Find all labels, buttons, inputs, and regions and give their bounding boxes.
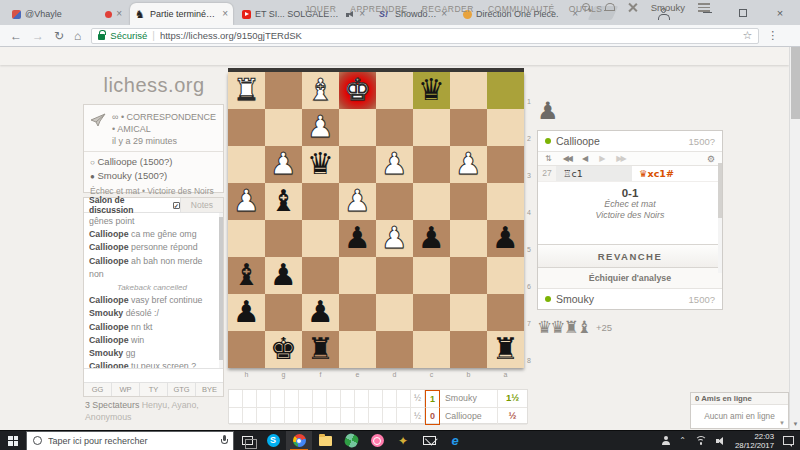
score-cell-empty xyxy=(229,408,243,425)
chat-box: Salon de discussion ✓ Notes gênes pointC… xyxy=(83,197,224,397)
skype-icon: S xyxy=(267,434,280,447)
microphone-icon[interactable] xyxy=(221,435,227,446)
score-player-name: Smouky xyxy=(440,390,498,408)
lichess-logo[interactable]: lichess.org xyxy=(83,74,225,97)
series-score-table: ½1Smouky1½½0Callioope½ xyxy=(228,389,528,424)
volume-icon[interactable] xyxy=(716,436,726,446)
score-cell-empty xyxy=(271,408,285,425)
square-f6[interactable] xyxy=(302,257,339,294)
black-piece: ♟ xyxy=(302,294,339,331)
action-center-icon[interactable] xyxy=(783,436,794,445)
taskbar-search[interactable]: Taper ici pour rechercher xyxy=(26,431,234,450)
game-side-panel: Callioope 1500? ⇅ ◀◀ ◀ ▶ ▶▶ ⚙ 27 ♖c1 ♛xc… xyxy=(537,130,723,310)
windows-taskbar: Taper ici pour rechercher S ✦ e ⌃ 22:03 … xyxy=(0,430,800,450)
green-app-icon xyxy=(342,432,359,449)
chat-text: personne répond xyxy=(131,242,198,252)
file-label: a xyxy=(487,371,524,378)
chat-tab-notes[interactable]: Notes xyxy=(180,198,223,212)
chat-text: gênes point xyxy=(89,216,135,226)
chat-quick-gtg[interactable]: GTG xyxy=(168,383,196,396)
square-d7[interactable] xyxy=(376,294,413,331)
square-b4[interactable] xyxy=(450,183,487,220)
black-piece: ♚ xyxy=(265,331,302,368)
address-bar[interactable]: Sécurisé | https://lichess.org/9150gjTER… xyxy=(91,28,759,44)
square-e4[interactable]: ♟ xyxy=(339,183,376,220)
nav-item-jouer[interactable]: JOUER xyxy=(305,4,336,14)
material-advantage: +25 xyxy=(596,322,612,333)
square-g5[interactable] xyxy=(265,220,302,257)
square-b1[interactable] xyxy=(450,72,487,109)
square-h1[interactable]: ♜ xyxy=(228,72,265,109)
friends-box: 0 Amis en ligne Aucun ami en ligne ▼ xyxy=(690,392,789,429)
reload-icon[interactable]: ↻ xyxy=(54,29,64,43)
chat-message: Callioope ah bah non merde non xyxy=(89,255,215,281)
score-cell-current: 0 xyxy=(425,408,440,425)
square-c7[interactable] xyxy=(413,294,450,331)
people-icon[interactable] xyxy=(661,436,670,445)
square-c2[interactable] xyxy=(413,109,450,146)
green-app-button[interactable] xyxy=(338,431,364,450)
white-player-row[interactable]: Callioope 1500? xyxy=(538,131,722,151)
square-a4[interactable] xyxy=(487,183,524,220)
chat-quick-gg[interactable]: GG xyxy=(84,383,112,396)
score-cell-empty xyxy=(313,408,327,425)
scrollbar-thumb[interactable] xyxy=(791,47,800,119)
nav-item-apprendre[interactable]: APPRENDRE xyxy=(350,4,407,14)
edge-button[interactable]: e xyxy=(442,431,468,450)
file-label: c xyxy=(413,371,450,378)
chat-text: tu peux screen ? xyxy=(131,361,196,368)
generic-favicon xyxy=(12,10,21,19)
page-scrollbar[interactable]: ▼ xyxy=(789,47,800,430)
game-info-box: ∞ • CORRESPONDENCE • AMICAL il y a 29 mi… xyxy=(83,104,224,193)
browser-toolbar: ← → ↻ ⌂ Sécurisé | https://lichess.org/9… xyxy=(0,25,800,47)
square-g8[interactable]: ♚ xyxy=(265,331,302,368)
square-g1[interactable] xyxy=(265,72,302,109)
chess-board: ♜♝♚♛♟♟♛♟♟♟♝♟♟♟♟♟♝♟♟♟♚♜♜ xyxy=(228,72,524,368)
score-cell-empty xyxy=(327,408,341,425)
rank-label: 5 xyxy=(527,246,536,253)
chat-toggle-checkbox[interactable]: ✓ xyxy=(173,202,180,209)
task-view-icon xyxy=(242,436,253,445)
score-cell-empty xyxy=(299,408,313,425)
score-cell-empty xyxy=(257,408,271,425)
file-label: e xyxy=(339,371,376,378)
score-cell-empty xyxy=(369,408,383,425)
file-label: b xyxy=(450,371,487,378)
mail-icon xyxy=(423,436,436,445)
gold-app-button[interactable]: ✦ xyxy=(390,431,416,450)
square-d8[interactable] xyxy=(376,331,413,368)
black-piece: ♜ xyxy=(302,331,339,368)
hidden-icons-caret[interactable]: ⌃ xyxy=(679,436,686,445)
system-tray: ⌃ 22:03 28/12/2017 xyxy=(661,432,800,450)
square-a6[interactable] xyxy=(487,257,524,294)
friends-empty-text: Aucun ami en ligne xyxy=(691,405,788,421)
game-time-ago: il y a 29 minutes xyxy=(112,135,217,147)
rank-label: 7 xyxy=(527,320,536,327)
chat-text: vasy bref continue xyxy=(131,295,202,305)
tray-time: 22:03 xyxy=(754,432,774,441)
online-dot-icon xyxy=(545,296,551,302)
white-piece: ♟ xyxy=(228,183,265,220)
chat-text: nn tkt xyxy=(131,322,153,332)
score-cell-current: 1 xyxy=(425,390,440,408)
chat-message: Callioope nn tkt xyxy=(89,321,215,334)
white-move[interactable]: ♖c1 xyxy=(556,166,632,181)
file-label: g xyxy=(265,371,302,378)
square-f7[interactable]: ♟ xyxy=(302,294,339,331)
black-piece: ♟ xyxy=(339,220,376,257)
square-a1[interactable] xyxy=(487,72,524,109)
square-b8[interactable] xyxy=(450,331,487,368)
square-e2[interactable] xyxy=(339,109,376,146)
square-f4[interactable] xyxy=(302,183,339,220)
analysis-board-link[interactable]: Échiquier d'analyse xyxy=(538,268,722,289)
chat-quick-buttons: GGWPTYGTGBYE xyxy=(84,382,223,396)
black-piece: ♛ xyxy=(302,146,339,183)
spectators: 3 Spectateurs Henyu, Ayano, Anonymous xyxy=(85,400,217,423)
rank-label: 4 xyxy=(527,209,536,216)
online-dot-icon xyxy=(545,138,551,144)
chat-text: désolé :/ xyxy=(126,308,159,318)
black-piece: ♟ xyxy=(487,220,524,257)
flip-board-icon[interactable]: ⇅ xyxy=(545,154,552,163)
search-placeholder: Taper ici pour rechercher xyxy=(48,436,215,446)
score-cell-empty xyxy=(341,408,355,425)
score-cell-empty xyxy=(243,390,257,408)
next-move-icon[interactable]: ▶ xyxy=(599,154,605,163)
chat-text: win xyxy=(131,335,144,345)
site-header xyxy=(0,47,789,65)
move-number: 27 xyxy=(538,166,556,181)
square-a7[interactable] xyxy=(487,294,524,331)
tab-close-icon[interactable]: × xyxy=(222,9,228,19)
chat-message: Callioope ca me gêne omg xyxy=(89,228,215,241)
square-g2[interactable] xyxy=(265,109,302,146)
replay-controls: ⇅ ◀◀ ◀ ▶ ▶▶ ⚙ xyxy=(538,151,722,166)
square-e7[interactable] xyxy=(339,294,376,331)
friends-collapse-icon[interactable]: ▼ xyxy=(779,420,785,426)
rank-label: 3 xyxy=(527,172,536,179)
white-piece: ♚ xyxy=(339,72,376,109)
browser-menu-icon[interactable]: ⋮ xyxy=(767,29,778,42)
chrome-button[interactable] xyxy=(286,431,312,450)
score-row: ½0Callioope½ xyxy=(229,408,527,425)
chat-username: Callioope xyxy=(89,322,129,332)
osu-button[interactable] xyxy=(364,431,390,450)
square-h2[interactable] xyxy=(228,109,265,146)
square-f8[interactable]: ♜ xyxy=(302,331,339,368)
chat-scrollbar[interactable] xyxy=(219,213,223,368)
chat-message: Callioope vasy bref continue xyxy=(89,294,215,307)
wifi-icon[interactable] xyxy=(695,436,707,445)
square-g7[interactable] xyxy=(265,294,302,331)
last-move-icon[interactable]: ▶▶ xyxy=(616,154,624,163)
square-e8[interactable] xyxy=(339,331,376,368)
black-player-label[interactable]: ● Smouky (1500?) xyxy=(90,170,217,184)
chat-system-message: Takeback cancelled xyxy=(89,281,215,294)
maximize-button[interactable] xyxy=(728,0,758,25)
url-text: https://lichess.org/9150gjTERdSK xyxy=(160,30,738,41)
square-f1[interactable]: ♝ xyxy=(302,72,339,109)
square-a2[interactable] xyxy=(487,109,524,146)
chat-username: Smouky xyxy=(89,348,123,358)
file-label: f xyxy=(302,371,339,378)
panel-white-name: Callioope xyxy=(556,135,684,147)
chat-text: gg xyxy=(126,348,136,358)
rank-label: 2 xyxy=(527,135,536,142)
square-g6[interactable]: ♟ xyxy=(265,257,302,294)
scrollbar-down-arrow[interactable]: ▼ xyxy=(790,418,800,430)
panel-black-name: Smouky xyxy=(556,293,684,305)
square-d2[interactable] xyxy=(376,109,413,146)
square-c5[interactable]: ♟ xyxy=(413,220,450,257)
rank-label: 1 xyxy=(527,98,536,105)
bookmark-star-icon[interactable]: ☆ xyxy=(742,29,752,42)
square-d1[interactable] xyxy=(376,72,413,109)
square-e3[interactable] xyxy=(339,146,376,183)
score-cell-empty xyxy=(355,390,369,408)
rank-coordinates: 12345678 xyxy=(527,72,536,368)
square-b7[interactable] xyxy=(450,294,487,331)
chat-text: ca me gêne omg xyxy=(131,229,197,239)
square-a5[interactable]: ♟ xyxy=(487,220,524,257)
white-piece: ♟ xyxy=(339,183,376,220)
black-piece: ♟ xyxy=(265,257,302,294)
score-cell-empty xyxy=(243,408,257,425)
forward-icon[interactable]: → xyxy=(32,29,44,43)
chat-message: Callioope tu peux screen ? xyxy=(89,360,215,368)
square-a3[interactable] xyxy=(487,146,524,183)
chat-input[interactable] xyxy=(84,368,223,382)
square-f5[interactable] xyxy=(302,220,339,257)
black-piece: ♛ xyxy=(413,72,450,109)
panel-white-rating: 1500? xyxy=(689,136,715,147)
file-explorer-button[interactable] xyxy=(312,431,338,450)
file-coordinates: hgfedcba xyxy=(228,371,524,378)
result-line1: Échec et mat xyxy=(538,199,722,210)
chat-username: Callioope xyxy=(89,256,129,266)
black-piece: ♝ xyxy=(228,257,265,294)
chat-quick-bye[interactable]: BYE xyxy=(196,383,223,396)
chat-quick-wp[interactable]: WP xyxy=(112,383,140,396)
score-cell-empty xyxy=(285,390,299,408)
square-h8[interactable] xyxy=(228,331,265,368)
chat-username: Smouky xyxy=(89,308,123,318)
square-f2[interactable]: ♟ xyxy=(302,109,339,146)
result-block: 0-1 Échec et mat Victoire des Noirs xyxy=(538,182,722,225)
first-move-icon[interactable]: ◀◀ xyxy=(563,154,571,163)
score-cell-empty xyxy=(383,390,397,408)
header-username[interactable]: Smouky xyxy=(651,2,685,13)
chat-username: Callioope xyxy=(89,335,129,345)
panel-black-rating: 1500? xyxy=(689,294,715,305)
chat-quick-ty[interactable]: TY xyxy=(140,383,168,396)
movelist-scrollbar[interactable] xyxy=(718,163,722,273)
score-cell-empty xyxy=(397,408,411,425)
square-e6[interactable] xyxy=(339,257,376,294)
nav-item-regarder[interactable]: REGARDER xyxy=(422,4,474,14)
captured-by-black-tray: ♛♛♜♝ +25 xyxy=(537,317,612,337)
secure-label: Sécurisé xyxy=(110,30,147,41)
home-icon[interactable]: ⌂ xyxy=(74,29,81,43)
file-label: h xyxy=(228,371,265,378)
square-g4[interactable]: ♝ xyxy=(265,183,302,220)
chat-message: Callioope personne répond xyxy=(89,241,215,254)
analysis-icon[interactable]: ⚙ xyxy=(707,154,715,164)
result-score: 0-1 xyxy=(538,187,722,199)
square-b6[interactable] xyxy=(450,257,487,294)
white-piece: ♟ xyxy=(376,220,413,257)
white-piece: ♟ xyxy=(265,146,302,183)
score-cell-empty xyxy=(313,390,327,408)
gold-app-icon: ✦ xyxy=(398,434,408,448)
tray-date: 28/12/2017 xyxy=(735,441,774,450)
recording-dot-icon xyxy=(105,11,112,18)
score-cell-empty xyxy=(271,390,285,408)
square-d4[interactable] xyxy=(376,183,413,220)
search-icon[interactable] xyxy=(582,3,592,13)
captured-by-white-tray: ♟ xyxy=(537,97,559,125)
score-cell-previous: ½ xyxy=(411,390,425,408)
back-icon[interactable]: ← xyxy=(10,29,22,43)
tab-title: @Vhayle xyxy=(25,9,101,19)
square-d5[interactable]: ♟ xyxy=(376,220,413,257)
black-piece: ♝ xyxy=(265,183,302,220)
chat-message: Smouky gg xyxy=(89,347,215,360)
score-cell-empty xyxy=(341,390,355,408)
square-h7[interactable]: ♟ xyxy=(228,294,265,331)
windows-logo-icon xyxy=(8,436,18,446)
chat-username: Callioope xyxy=(89,229,129,239)
score-player-name: Callioope xyxy=(440,408,498,425)
square-d6[interactable] xyxy=(376,257,413,294)
score-cell-empty xyxy=(285,408,299,425)
friends-header[interactable]: 0 Amis en ligne xyxy=(691,393,788,405)
black-move[interactable]: ♛xc1# xyxy=(632,166,722,181)
square-c3[interactable] xyxy=(413,146,450,183)
tab-title: Partie terminée - Jouer C xyxy=(150,9,218,19)
rematch-button[interactable]: REVANCHE xyxy=(538,244,722,268)
chat-message: Callioope win xyxy=(89,334,215,347)
square-e1[interactable]: ♚ xyxy=(339,72,376,109)
move-list: 27 ♖c1 ♛xc1# xyxy=(538,166,722,182)
score-cell-empty xyxy=(299,390,313,408)
white-piece: ♟ xyxy=(302,109,339,146)
spectators-label: 3 Spectateurs xyxy=(85,400,139,410)
rank-label: 6 xyxy=(527,283,536,290)
square-c6[interactable] xyxy=(413,257,450,294)
chat-username: Callioope xyxy=(89,361,129,368)
nav-item-communauté[interactable]: COMMUNAUTÉ xyxy=(488,4,555,14)
white-piece: ♜ xyxy=(228,72,265,109)
edge-icon: e xyxy=(451,433,458,448)
hamburger-menu-icon[interactable] xyxy=(698,3,710,12)
browser-tab[interactable]: @Vhayle× xyxy=(7,3,127,25)
chrome-icon xyxy=(293,434,306,447)
square-g3[interactable]: ♟ xyxy=(265,146,302,183)
chat-message: gênes point xyxy=(89,215,215,228)
tab-close-icon[interactable]: × xyxy=(116,9,122,19)
cortana-icon xyxy=(33,436,42,445)
rank-label: 8 xyxy=(527,357,536,364)
square-h4[interactable]: ♟ xyxy=(228,183,265,220)
black-piece: ♜ xyxy=(487,331,524,368)
score-cell-empty xyxy=(369,390,383,408)
bell-icon[interactable] xyxy=(605,3,614,13)
lichess-favicon: ♞ xyxy=(135,10,146,19)
white-piece: ♟ xyxy=(450,146,487,183)
score-cell-empty xyxy=(327,390,341,408)
square-a8[interactable]: ♜ xyxy=(487,331,524,368)
captured-pieces: ♛♛♜♝ xyxy=(537,317,590,337)
square-c4[interactable] xyxy=(413,183,450,220)
chat-tab-discussion[interactable]: Salon de discussion ✓ xyxy=(84,195,180,215)
square-d3[interactable]: ♟ xyxy=(376,146,413,183)
chat-username: Callioope xyxy=(89,242,129,252)
score-total: ½ xyxy=(498,408,527,425)
square-f3[interactable]: ♛ xyxy=(302,146,339,183)
score-total: 1½ xyxy=(498,390,527,408)
square-e5[interactable]: ♟ xyxy=(339,220,376,257)
square-c1[interactable]: ♛ xyxy=(413,72,450,109)
header-right: Smouky xyxy=(582,2,710,13)
paper-plane-icon xyxy=(90,113,106,127)
clock[interactable]: 22:03 28/12/2017 xyxy=(735,432,774,450)
score-cell-empty xyxy=(397,390,411,408)
square-b3[interactable]: ♟ xyxy=(450,146,487,183)
task-view-button[interactable] xyxy=(234,431,260,450)
screen: @Vhayle×♞Partie terminée - Jouer C×ET SI… xyxy=(0,0,800,450)
black-piece: ♟ xyxy=(228,294,265,331)
score-cell-previous: ½ xyxy=(411,408,425,425)
result-line2: Victoire des Noirs xyxy=(538,210,722,221)
challenge-cross-icon[interactable] xyxy=(627,2,638,13)
white-piece: ♟ xyxy=(376,146,413,183)
chat-messages: gênes pointCallioope ca me gêne omgCalli… xyxy=(84,213,223,368)
osu-icon xyxy=(371,434,384,447)
site-nav: JOUERAPPRENDREREGARDERCOMMUNAUTÉOUTILS xyxy=(305,4,602,14)
skype-button[interactable]: S xyxy=(260,431,286,450)
score-row: ½1Smouky1½ xyxy=(229,390,527,408)
square-h5[interactable] xyxy=(228,220,265,257)
chat-username: Callioope xyxy=(89,295,129,305)
browser-tab[interactable]: ♞Partie terminée - Jouer C× xyxy=(130,3,233,25)
youtube-favicon xyxy=(242,10,251,19)
square-b5[interactable] xyxy=(450,220,487,257)
secure-lock-icon xyxy=(98,34,105,40)
square-h6[interactable]: ♝ xyxy=(228,257,265,294)
score-cell-empty xyxy=(229,390,243,408)
square-h3[interactable] xyxy=(228,146,265,183)
black-piece: ♟ xyxy=(413,220,450,257)
start-button[interactable] xyxy=(0,431,26,450)
prev-move-icon[interactable]: ◀ xyxy=(582,154,588,163)
mail-button[interactable] xyxy=(416,431,442,450)
square-b2[interactable] xyxy=(450,109,487,146)
game-mode: ∞ • CORRESPONDENCE • AMICAL xyxy=(112,111,217,135)
square-c8[interactable] xyxy=(413,331,450,368)
black-player-row[interactable]: Smouky 1500? xyxy=(538,289,722,309)
white-player-label[interactable]: ○ Callioope (1500?) xyxy=(90,156,217,170)
white-piece: ♝ xyxy=(302,72,339,109)
score-cell-empty xyxy=(355,408,369,425)
score-cell-empty xyxy=(383,408,397,425)
folder-icon xyxy=(319,436,332,446)
close-window-button[interactable]: × xyxy=(765,0,795,25)
chat-message: Smouky désolé :/ xyxy=(89,307,215,320)
